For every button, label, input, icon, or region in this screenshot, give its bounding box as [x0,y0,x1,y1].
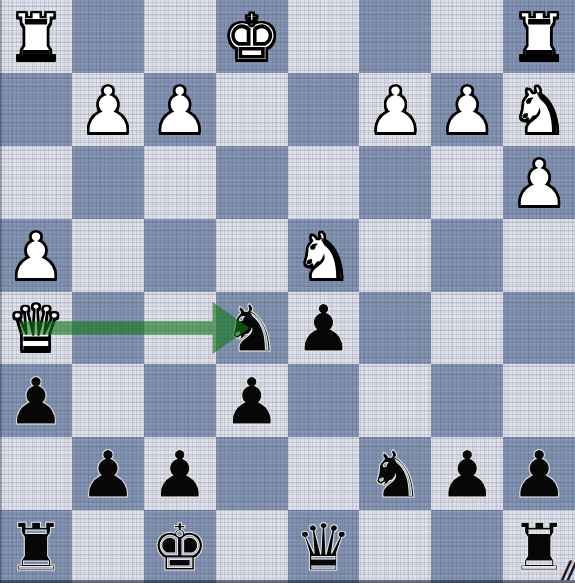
square-d6[interactable] [216,146,288,219]
square-d5[interactable] [216,219,288,292]
square-f6[interactable] [359,146,431,219]
square-f2[interactable]: ♞ [359,437,431,510]
piece-black-king[interactable]: ♚ [151,515,209,580]
piece-black-rook[interactable]: ♜ [510,515,568,580]
piece-black-pawn[interactable]: ♟ [151,442,209,507]
square-b5[interactable] [72,219,144,292]
square-f7[interactable]: ♟ [359,73,431,146]
square-c4[interactable] [144,292,216,365]
square-c6[interactable] [144,146,216,219]
square-c8[interactable] [144,0,216,73]
piece-white-rook[interactable]: ♜ [510,5,568,70]
piece-black-pawn[interactable]: ♟ [7,369,65,434]
square-c2[interactable]: ♟ [144,437,216,510]
square-f4[interactable] [359,292,431,365]
square-b7[interactable]: ♟ [72,73,144,146]
piece-black-rook[interactable]: ♜ [7,515,65,580]
piece-white-pawn[interactable]: ♟ [510,151,568,216]
square-g8[interactable] [431,0,503,73]
piece-white-rook[interactable]: ♜ [7,5,65,70]
square-e8[interactable] [288,0,360,73]
square-f5[interactable] [359,219,431,292]
square-g2[interactable]: ♟ [431,437,503,510]
square-h6[interactable]: ♟ [503,146,575,219]
piece-white-pawn[interactable]: ♟ [79,78,137,143]
square-b2[interactable]: ♟ [72,437,144,510]
square-g1[interactable] [431,510,503,583]
piece-black-pawn[interactable]: ♟ [510,442,568,507]
piece-black-pawn[interactable]: ♟ [79,442,137,507]
piece-white-pawn[interactable]: ♟ [438,78,496,143]
square-d4[interactable]: ♞ [216,292,288,365]
square-a4[interactable]: ♛ [0,292,72,365]
square-a8[interactable]: ♜ [0,0,72,73]
square-h3[interactable] [503,364,575,437]
square-d1[interactable] [216,510,288,583]
square-g5[interactable] [431,219,503,292]
square-b1[interactable] [72,510,144,583]
piece-white-king[interactable]: ♚ [222,5,280,70]
square-h5[interactable] [503,219,575,292]
square-a3[interactable]: ♟ [0,364,72,437]
square-c1[interactable]: ♚ [144,510,216,583]
square-a7[interactable] [0,73,72,146]
square-f1[interactable] [359,510,431,583]
square-e5[interactable]: ♞ [288,219,360,292]
piece-white-queen[interactable]: ♛ [7,296,65,361]
square-f8[interactable] [359,0,431,73]
piece-white-knight[interactable]: ♞ [510,78,568,143]
piece-black-queen[interactable]: ♛ [294,515,352,580]
piece-white-pawn[interactable]: ♟ [151,78,209,143]
square-b4[interactable] [72,292,144,365]
square-h8[interactable]: ♜ [503,0,575,73]
square-a6[interactable] [0,146,72,219]
piece-black-knight[interactable]: ♞ [222,296,280,361]
piece-black-pawn[interactable]: ♟ [222,369,280,434]
piece-black-pawn[interactable]: ♟ [438,442,496,507]
square-e7[interactable] [288,73,360,146]
square-a2[interactable] [0,437,72,510]
square-g3[interactable] [431,364,503,437]
piece-black-knight[interactable]: ♞ [366,442,424,507]
piece-white-knight[interactable]: ♞ [294,224,352,289]
square-e4[interactable]: ♟ [288,292,360,365]
square-c5[interactable] [144,219,216,292]
square-b6[interactable] [72,146,144,219]
square-a5[interactable]: ♟ [0,219,72,292]
piece-white-pawn[interactable]: ♟ [7,224,65,289]
square-b8[interactable] [72,0,144,73]
square-g4[interactable] [431,292,503,365]
square-g6[interactable] [431,146,503,219]
square-b3[interactable] [72,364,144,437]
square-e1[interactable]: ♛ [288,510,360,583]
square-h7[interactable]: ♞ [503,73,575,146]
chess-board: ♜♚♜♟♟♟♟♞♟♟♞♛♞♟♟♟♟♟♞♟♟♜♚♛♜ [0,0,575,583]
square-f3[interactable] [359,364,431,437]
square-c3[interactable] [144,364,216,437]
chess-app: ♜♚♜♟♟♟♟♞♟♟♞♛♞♟♟♟♟♟♞♟♟♜♚♛♜ // [0,0,575,583]
square-e2[interactable] [288,437,360,510]
square-h4[interactable] [503,292,575,365]
square-d2[interactable] [216,437,288,510]
piece-black-pawn[interactable]: ♟ [294,296,352,361]
square-e6[interactable] [288,146,360,219]
square-g7[interactable]: ♟ [431,73,503,146]
square-h1[interactable]: ♜ [503,510,575,583]
square-a1[interactable]: ♜ [0,510,72,583]
square-e3[interactable] [288,364,360,437]
square-d7[interactable] [216,73,288,146]
square-c7[interactable]: ♟ [144,73,216,146]
square-d3[interactable]: ♟ [216,364,288,437]
piece-white-pawn[interactable]: ♟ [366,78,424,143]
square-d8[interactable]: ♚ [216,0,288,73]
square-h2[interactable]: ♟ [503,437,575,510]
